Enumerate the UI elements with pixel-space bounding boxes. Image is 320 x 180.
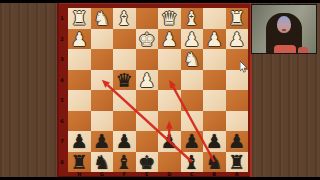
video-frame: 12345678 HGFEDCBA ♜♞♝♛♝♜♟♚♟♟♟♟♞♛♟♟♟♟♟♟♟♟…: [0, 0, 320, 180]
rank-label-1: 1: [57, 15, 67, 21]
square-b6[interactable]: [203, 111, 226, 132]
webcam-overlay: [251, 4, 317, 54]
square-e4[interactable]: ♟: [136, 70, 159, 91]
presenter-shirt: [274, 45, 296, 53]
square-h6[interactable]: [68, 111, 91, 132]
square-h2[interactable]: ♟: [68, 29, 91, 50]
rank-label-5: 5: [57, 97, 67, 103]
square-f7[interactable]: ♟: [113, 131, 136, 152]
square-c4[interactable]: [181, 70, 204, 91]
piece-bN-g8[interactable]: ♞: [93, 152, 110, 173]
piece-bP-d7[interactable]: ♟: [161, 131, 178, 152]
piece-wQ-d1[interactable]: ♛: [161, 8, 178, 29]
square-b4[interactable]: [203, 70, 226, 91]
square-h3[interactable]: [68, 49, 91, 70]
square-e8[interactable]: ♚: [136, 152, 159, 173]
square-c7[interactable]: ♟: [181, 131, 204, 152]
piece-wN-g1[interactable]: ♞: [93, 8, 110, 29]
piece-bP-f7[interactable]: ♟: [116, 131, 133, 152]
square-g7[interactable]: ♟: [91, 131, 114, 152]
square-h4[interactable]: [68, 70, 91, 91]
piece-wP-c2[interactable]: ♟: [183, 29, 200, 50]
square-d7[interactable]: ♟: [158, 131, 181, 152]
square-g3[interactable]: [91, 49, 114, 70]
square-h1[interactable]: ♜: [68, 8, 91, 29]
piece-wP-a2[interactable]: ♟: [228, 29, 245, 50]
square-a8[interactable]: ♜: [226, 152, 249, 173]
square-h7[interactable]: ♟: [68, 131, 91, 152]
square-h8[interactable]: ♜: [68, 152, 91, 173]
square-e5[interactable]: [136, 90, 159, 111]
square-d8[interactable]: [158, 152, 181, 173]
square-b3[interactable]: [203, 49, 226, 70]
rank-labels: 12345678: [57, 8, 68, 172]
square-a2[interactable]: ♟: [226, 29, 249, 50]
piece-bR-h8[interactable]: ♜: [71, 152, 88, 173]
square-g8[interactable]: ♞: [91, 152, 114, 173]
square-g2[interactable]: [91, 29, 114, 50]
piece-wB-f1[interactable]: ♝: [116, 8, 133, 29]
mouse-cursor-icon: [240, 61, 248, 73]
piece-bQ-f4[interactable]: ♛: [116, 70, 133, 91]
piece-wP-h2[interactable]: ♟: [71, 29, 88, 50]
rank-label-2: 2: [57, 36, 67, 42]
square-a1[interactable]: ♜: [226, 8, 249, 29]
square-c1[interactable]: ♝: [181, 8, 204, 29]
square-d4[interactable]: [158, 70, 181, 91]
board-frame: 12345678 HGFEDCBA ♜♞♝♛♝♜♟♚♟♟♟♟♞♛♟♟♟♟♟♟♟♟…: [57, 3, 252, 177]
piece-wR-a1[interactable]: ♜: [228, 8, 245, 29]
letterbox-bottom: [0, 177, 320, 180]
rank-label-8: 8: [57, 159, 67, 165]
presenter-shoulder: [298, 47, 308, 53]
piece-wB-c1[interactable]: ♝: [183, 8, 200, 29]
piece-bP-h7[interactable]: ♟: [71, 131, 88, 152]
square-d3[interactable]: [158, 49, 181, 70]
square-g4[interactable]: [91, 70, 114, 91]
square-b1[interactable]: [203, 8, 226, 29]
square-g5[interactable]: [91, 90, 114, 111]
square-b8[interactable]: ♞: [203, 152, 226, 173]
square-e6[interactable]: [136, 111, 159, 132]
square-c2[interactable]: ♟: [181, 29, 204, 50]
square-f1[interactable]: ♝: [113, 8, 136, 29]
rank-label-4: 4: [57, 77, 67, 83]
square-e3[interactable]: [136, 49, 159, 70]
piece-bB-f8[interactable]: ♝: [116, 152, 133, 173]
square-f3[interactable]: [113, 49, 136, 70]
piece-wP-d2[interactable]: ♟: [161, 29, 178, 50]
square-a5[interactable]: [226, 90, 249, 111]
square-f5[interactable]: [113, 90, 136, 111]
square-f8[interactable]: ♝: [113, 152, 136, 173]
chess-board: ♜♞♝♛♝♜♟♚♟♟♟♟♞♛♟♟♟♟♟♟♟♟♜♞♝♚♝♞♜: [68, 8, 248, 172]
square-e1[interactable]: [136, 8, 159, 29]
square-e2[interactable]: ♚: [136, 29, 159, 50]
rank-label-7: 7: [57, 138, 67, 144]
piece-wK-e2[interactable]: ♚: [138, 29, 155, 50]
piece-bP-b7[interactable]: ♟: [206, 131, 223, 152]
piece-wP-b2[interactable]: ♟: [206, 29, 223, 50]
square-c6[interactable]: [181, 111, 204, 132]
square-f4[interactable]: ♛: [113, 70, 136, 91]
square-f6[interactable]: [113, 111, 136, 132]
square-f2[interactable]: [113, 29, 136, 50]
square-g1[interactable]: ♞: [91, 8, 114, 29]
square-d6[interactable]: [158, 111, 181, 132]
piece-bR-a8[interactable]: ♜: [228, 152, 245, 173]
square-c3[interactable]: ♞: [181, 49, 204, 70]
piece-wN-c3[interactable]: ♞: [183, 49, 200, 70]
square-d1[interactable]: ♛: [158, 8, 181, 29]
letterbox-top: [0, 0, 320, 3]
square-b5[interactable]: [203, 90, 226, 111]
piece-bN-b8[interactable]: ♞: [206, 152, 223, 173]
piece-bB-c8[interactable]: ♝: [183, 152, 200, 173]
square-e7[interactable]: [136, 131, 159, 152]
square-c8[interactable]: ♝: [181, 152, 204, 173]
square-a6[interactable]: [226, 111, 249, 132]
piece-wR-h1[interactable]: ♜: [71, 8, 88, 29]
rank-label-6: 6: [57, 118, 67, 124]
square-a7[interactable]: ♟: [226, 131, 249, 152]
piece-bP-c7[interactable]: ♟: [183, 131, 200, 152]
square-d2[interactable]: ♟: [158, 29, 181, 50]
square-h5[interactable]: [68, 90, 91, 111]
square-c5[interactable]: [181, 90, 204, 111]
piece-bK-e8[interactable]: ♚: [138, 152, 155, 173]
presenter-mouth: [282, 29, 286, 31]
piece-wP-e4[interactable]: ♟: [138, 70, 155, 91]
square-g6[interactable]: [91, 111, 114, 132]
square-d5[interactable]: [158, 90, 181, 111]
piece-bP-a7[interactable]: ♟: [228, 131, 245, 152]
piece-bP-g7[interactable]: ♟: [93, 131, 110, 152]
rank-label-3: 3: [57, 56, 67, 62]
square-b2[interactable]: ♟: [203, 29, 226, 50]
square-b7[interactable]: ♟: [203, 131, 226, 152]
